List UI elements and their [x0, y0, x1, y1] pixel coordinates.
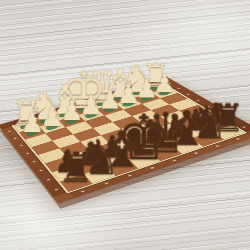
chess-set-photo: ♜♟♟♜♞♟♟♞♝♟♟♝♛♟♟♛♚♟♟♚♝♟♟♝♞♟♟♞♜♟♟♜ [0, 0, 250, 250]
piece-black-rook[interactable]: ♜ [58, 147, 95, 188]
piece-white-pawn[interactable]: ♟ [20, 110, 44, 137]
square-h8[interactable]: ♜ [60, 174, 92, 192]
